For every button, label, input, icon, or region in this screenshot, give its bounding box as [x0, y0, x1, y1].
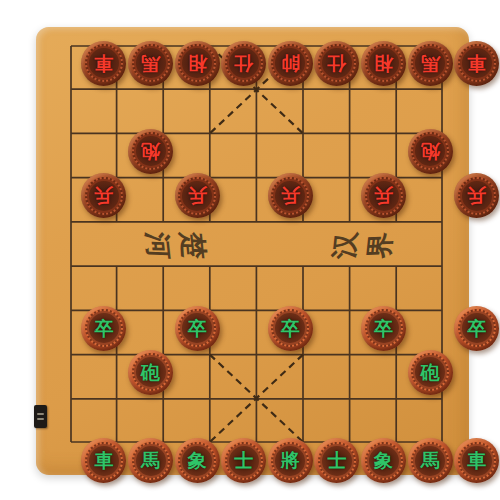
piece-face: 兵 [458, 177, 496, 215]
point-b10: 馬 [127, 41, 174, 85]
point-c2 [174, 394, 221, 438]
point-g7: 兵 [360, 173, 407, 217]
piece-face: 兵 [178, 177, 216, 215]
piece-character: 兵 [94, 186, 113, 205]
point-c3 [174, 350, 221, 394]
piece-red-f10[interactable]: 仕 [314, 41, 359, 86]
point-i7: 兵 [453, 173, 500, 217]
piece-face: 炮 [132, 132, 170, 170]
piece-face: 象 [365, 442, 403, 480]
point-e10: 帥 [267, 41, 314, 85]
piece-red-c10[interactable]: 相 [175, 41, 220, 86]
piece-character: 車 [94, 54, 113, 73]
piece-character: 車 [467, 54, 486, 73]
point-e7: 兵 [267, 173, 314, 217]
piece-green-b1[interactable]: 馬 [128, 438, 173, 483]
point-c4: 卒 [174, 306, 221, 350]
point-d6 [220, 218, 267, 262]
point-b2 [127, 394, 174, 438]
piece-character: 砲 [141, 363, 160, 382]
piece-face: 車 [85, 44, 123, 82]
piece-character: 相 [188, 54, 207, 73]
piece-character: 相 [374, 54, 393, 73]
point-e9 [267, 85, 314, 129]
piece-red-b10[interactable]: 馬 [128, 41, 173, 86]
point-b5 [127, 262, 174, 306]
piece-face: 將 [271, 442, 309, 480]
point-i6 [453, 218, 500, 262]
point-f10: 仕 [314, 41, 361, 85]
point-i5 [453, 262, 500, 306]
piece-face: 砲 [411, 353, 449, 391]
point-g1: 象 [360, 439, 407, 483]
piece-red-a7[interactable]: 兵 [81, 173, 126, 218]
piece-red-h10[interactable]: 馬 [408, 41, 453, 86]
piece-red-e7[interactable]: 兵 [268, 173, 313, 218]
piece-face: 卒 [458, 309, 496, 347]
point-f9 [314, 85, 361, 129]
point-h3: 砲 [407, 350, 454, 394]
river-char: 汉 [329, 231, 359, 259]
piece-face: 卒 [271, 309, 309, 347]
point-f2 [314, 394, 361, 438]
point-b9 [127, 85, 174, 129]
piece-red-i10[interactable]: 車 [454, 41, 499, 86]
point-i10: 車 [453, 41, 500, 85]
piece-face: 砲 [132, 353, 170, 391]
point-c9 [174, 85, 221, 129]
point-c5 [174, 262, 221, 306]
point-h9 [407, 85, 454, 129]
point-e4: 卒 [267, 306, 314, 350]
point-h2 [407, 394, 454, 438]
piece-face: 卒 [178, 309, 216, 347]
piece-character: 車 [94, 451, 113, 470]
point-h4 [407, 306, 454, 350]
piece-face: 車 [85, 442, 123, 480]
piece-face: 仕 [225, 44, 263, 82]
piece-green-h3[interactable]: 砲 [408, 350, 453, 395]
piece-character: 馬 [141, 54, 160, 73]
piece-green-i4[interactable]: 卒 [454, 306, 499, 351]
point-a10: 車 [81, 41, 128, 85]
piece-face: 兵 [271, 177, 309, 215]
piece-green-f1[interactable]: 士 [314, 438, 359, 483]
piece-face: 馬 [132, 44, 170, 82]
river-label-right: 汉 界 [318, 228, 406, 262]
piece-green-i1[interactable]: 車 [454, 438, 499, 483]
piece-character: 士 [234, 451, 253, 470]
piece-green-c1[interactable]: 象 [175, 438, 220, 483]
point-d1: 士 [220, 439, 267, 483]
point-i9 [453, 85, 500, 129]
piece-face: 兵 [85, 177, 123, 215]
point-a7: 兵 [81, 173, 128, 217]
piece-character: 炮 [141, 142, 160, 161]
river-char: 河 [143, 231, 173, 259]
piece-face: 兵 [365, 177, 403, 215]
point-a5 [81, 262, 128, 306]
point-b1: 馬 [127, 439, 174, 483]
point-g8 [360, 129, 407, 173]
piece-character: 砲 [421, 363, 440, 382]
piece-character: 兵 [188, 186, 207, 205]
point-a4: 卒 [81, 306, 128, 350]
point-e5 [267, 262, 314, 306]
point-a3 [81, 350, 128, 394]
piece-red-a10[interactable]: 車 [81, 41, 126, 86]
point-g4: 卒 [360, 306, 407, 350]
piece-character: 卒 [94, 319, 113, 338]
piece-face: 相 [365, 44, 403, 82]
point-h10: 馬 [407, 41, 454, 85]
piece-face: 士 [225, 442, 263, 480]
piece-green-d1[interactable]: 士 [221, 438, 266, 483]
piece-face: 馬 [411, 44, 449, 82]
point-e8 [267, 129, 314, 173]
point-i3 [453, 350, 500, 394]
point-b7 [127, 173, 174, 217]
piece-face: 馬 [411, 442, 449, 480]
piece-face: 卒 [365, 309, 403, 347]
piece-character: 馬 [421, 54, 440, 73]
piece-green-c4[interactable]: 卒 [175, 306, 220, 351]
piece-red-h8[interactable]: 炮 [408, 129, 453, 174]
piece-red-g7[interactable]: 兵 [361, 173, 406, 218]
point-b3: 砲 [127, 350, 174, 394]
point-d2 [220, 394, 267, 438]
piece-character: 馬 [141, 451, 160, 470]
piece-character: 卒 [467, 319, 486, 338]
point-i2 [453, 394, 500, 438]
piece-face: 帥 [271, 44, 309, 82]
piece-face: 炮 [411, 132, 449, 170]
piece-character: 兵 [281, 186, 300, 205]
piece-character: 炮 [421, 142, 440, 161]
piece-character: 兵 [467, 186, 486, 205]
board-mat: 車馬相仕帥仕相馬車炮炮兵兵兵兵兵卒卒卒卒卒砲砲車馬象士將士象馬車 河 楚 汉 界 [36, 27, 469, 475]
point-d5 [220, 262, 267, 306]
piece-character: 兵 [374, 186, 393, 205]
piece-red-d10[interactable]: 仕 [221, 41, 266, 86]
point-f5 [314, 262, 361, 306]
point-c8 [174, 129, 221, 173]
piece-character: 帥 [281, 54, 300, 73]
piece-face: 象 [178, 442, 216, 480]
piece-red-e10[interactable]: 帥 [268, 41, 313, 86]
piece-red-g10[interactable]: 相 [361, 41, 406, 86]
piece-red-i7[interactable]: 兵 [454, 173, 499, 218]
piece-face: 卒 [85, 309, 123, 347]
point-i4: 卒 [453, 306, 500, 350]
point-g2 [360, 394, 407, 438]
product-photo-stage: 車馬相仕帥仕相馬車炮炮兵兵兵兵兵卒卒卒卒卒砲砲車馬象士將士象馬車 河 楚 汉 界 [0, 0, 500, 500]
point-g5 [360, 262, 407, 306]
point-c10: 相 [174, 41, 221, 85]
point-g9 [360, 85, 407, 129]
point-h1: 馬 [407, 439, 454, 483]
piece-green-h1[interactable]: 馬 [408, 438, 453, 483]
piece-character: 卒 [374, 319, 393, 338]
point-d3 [220, 350, 267, 394]
point-e1: 將 [267, 439, 314, 483]
piece-face: 車 [458, 442, 496, 480]
piece-face: 相 [178, 44, 216, 82]
piece-face: 車 [458, 44, 496, 82]
piece-character: 將 [281, 451, 300, 470]
point-f8 [314, 129, 361, 173]
piece-face: 馬 [132, 442, 170, 480]
piece-character: 象 [188, 451, 207, 470]
piece-red-c7[interactable]: 兵 [175, 173, 220, 218]
piece-face: 士 [318, 442, 356, 480]
point-a2 [81, 394, 128, 438]
piece-character: 仕 [327, 54, 346, 73]
piece-character: 仕 [234, 54, 253, 73]
point-b4 [127, 306, 174, 350]
piece-character: 馬 [421, 451, 440, 470]
piece-green-a1[interactable]: 車 [81, 438, 126, 483]
river-char: 界 [364, 231, 394, 259]
piece-green-g1[interactable]: 象 [361, 438, 406, 483]
piece-green-b3[interactable]: 砲 [128, 350, 173, 395]
point-g10: 相 [360, 41, 407, 85]
piece-character: 車 [467, 451, 486, 470]
point-d8 [220, 129, 267, 173]
piece-green-e1[interactable]: 將 [268, 438, 313, 483]
point-i1: 車 [453, 439, 500, 483]
piece-character: 士 [327, 451, 346, 470]
point-d7 [220, 173, 267, 217]
piece-green-e4[interactable]: 卒 [268, 306, 313, 351]
piece-green-a4[interactable]: 卒 [81, 306, 126, 351]
point-d10: 仕 [220, 41, 267, 85]
piece-red-b8[interactable]: 炮 [128, 129, 173, 174]
point-a6 [81, 218, 128, 262]
point-a8 [81, 129, 128, 173]
point-c7: 兵 [174, 173, 221, 217]
piece-green-g4[interactable]: 卒 [361, 306, 406, 351]
point-g3 [360, 350, 407, 394]
point-e2 [267, 394, 314, 438]
point-a1: 車 [81, 439, 128, 483]
point-h7 [407, 173, 454, 217]
point-f1: 士 [314, 439, 361, 483]
river-char: 楚 [178, 231, 208, 259]
point-b8: 炮 [127, 129, 174, 173]
point-h8: 炮 [407, 129, 454, 173]
point-h6 [407, 218, 454, 262]
point-f4 [314, 306, 361, 350]
point-c1: 象 [174, 439, 221, 483]
piece-face: 仕 [318, 44, 356, 82]
point-d9 [220, 85, 267, 129]
piece-character: 象 [374, 451, 393, 470]
river-label-left: 河 楚 [132, 228, 220, 262]
point-f3 [314, 350, 361, 394]
point-d4 [220, 306, 267, 350]
point-a9 [81, 85, 128, 129]
point-i8 [453, 129, 500, 173]
point-e3 [267, 350, 314, 394]
point-f7 [314, 173, 361, 217]
brand-tag [34, 405, 47, 428]
point-e6 [267, 218, 314, 262]
point-h5 [407, 262, 454, 306]
piece-character: 卒 [281, 319, 300, 338]
piece-character: 卒 [188, 319, 207, 338]
